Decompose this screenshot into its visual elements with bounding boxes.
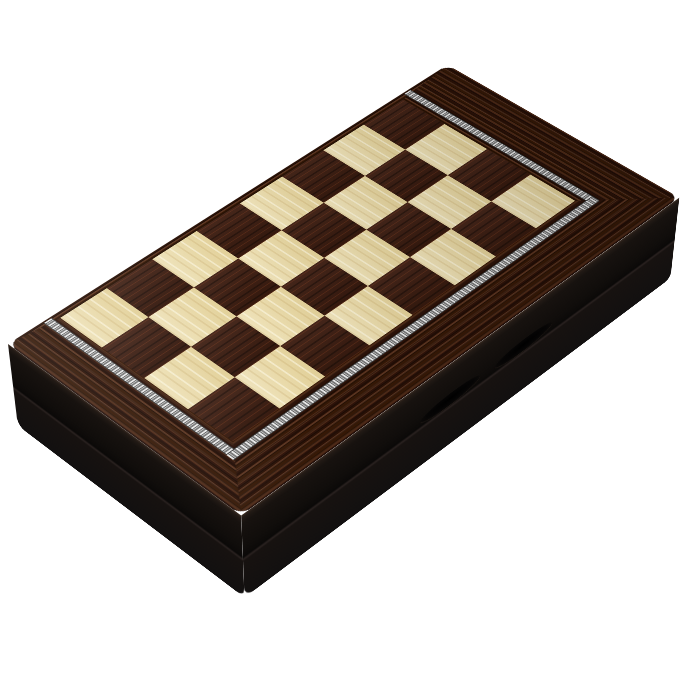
dark-square — [188, 377, 280, 441]
light-square — [235, 346, 325, 408]
finger-notch — [421, 371, 481, 428]
chess-box — [8, 65, 679, 516]
finger-notch — [495, 318, 552, 373]
light-square — [144, 347, 234, 409]
product-photo-scene — [0, 0, 700, 700]
